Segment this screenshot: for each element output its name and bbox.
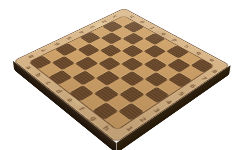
square-e2[interactable] bbox=[83, 78, 107, 94]
square-g3[interactable] bbox=[119, 86, 144, 102]
square-g1[interactable] bbox=[92, 102, 118, 120]
square-h7[interactable] bbox=[179, 65, 203, 80]
square-d1[interactable] bbox=[59, 77, 83, 93]
square-h2[interactable] bbox=[118, 102, 144, 120]
square-h1[interactable] bbox=[104, 111, 131, 130]
square-f2[interactable] bbox=[94, 86, 119, 102]
board-scene: abcdefgh abcdefgh 12345678 12345678 bbox=[0, 0, 240, 150]
chess-board[interactable]: abcdefgh abcdefgh 12345678 12345678 bbox=[13, 8, 231, 143]
square-d2[interactable] bbox=[72, 70, 96, 85]
square-c1[interactable] bbox=[49, 70, 73, 85]
file-labels-near: abcdefgh bbox=[19, 62, 117, 137]
square-e3[interactable] bbox=[96, 71, 120, 86]
square-f5[interactable] bbox=[132, 64, 156, 78]
square-h4[interactable] bbox=[144, 87, 169, 103]
square-g6[interactable] bbox=[156, 65, 180, 79]
square-f1[interactable] bbox=[81, 93, 106, 110]
square-h5[interactable] bbox=[156, 79, 181, 95]
square-g4[interactable] bbox=[132, 79, 157, 95]
playing-field bbox=[28, 15, 215, 130]
square-b1[interactable] bbox=[39, 62, 62, 76]
board-frame: abcdefgh abcdefgh 12345678 12345678 bbox=[13, 8, 231, 143]
screenshot-canvas: abcdefgh abcdefgh 12345678 12345678 bbox=[0, 0, 240, 150]
square-f3[interactable] bbox=[107, 78, 131, 94]
square-f4[interactable] bbox=[120, 71, 144, 86]
square-g5[interactable] bbox=[144, 72, 168, 87]
rank-labels-right: 12345678 bbox=[117, 66, 224, 138]
square-g2[interactable] bbox=[106, 94, 132, 111]
square-h6[interactable] bbox=[168, 72, 192, 87]
square-h3[interactable] bbox=[131, 94, 157, 111]
square-c2[interactable] bbox=[62, 63, 85, 77]
square-d3[interactable] bbox=[85, 63, 108, 77]
square-e4[interactable] bbox=[109, 64, 132, 78]
square-e1[interactable] bbox=[69, 85, 94, 101]
